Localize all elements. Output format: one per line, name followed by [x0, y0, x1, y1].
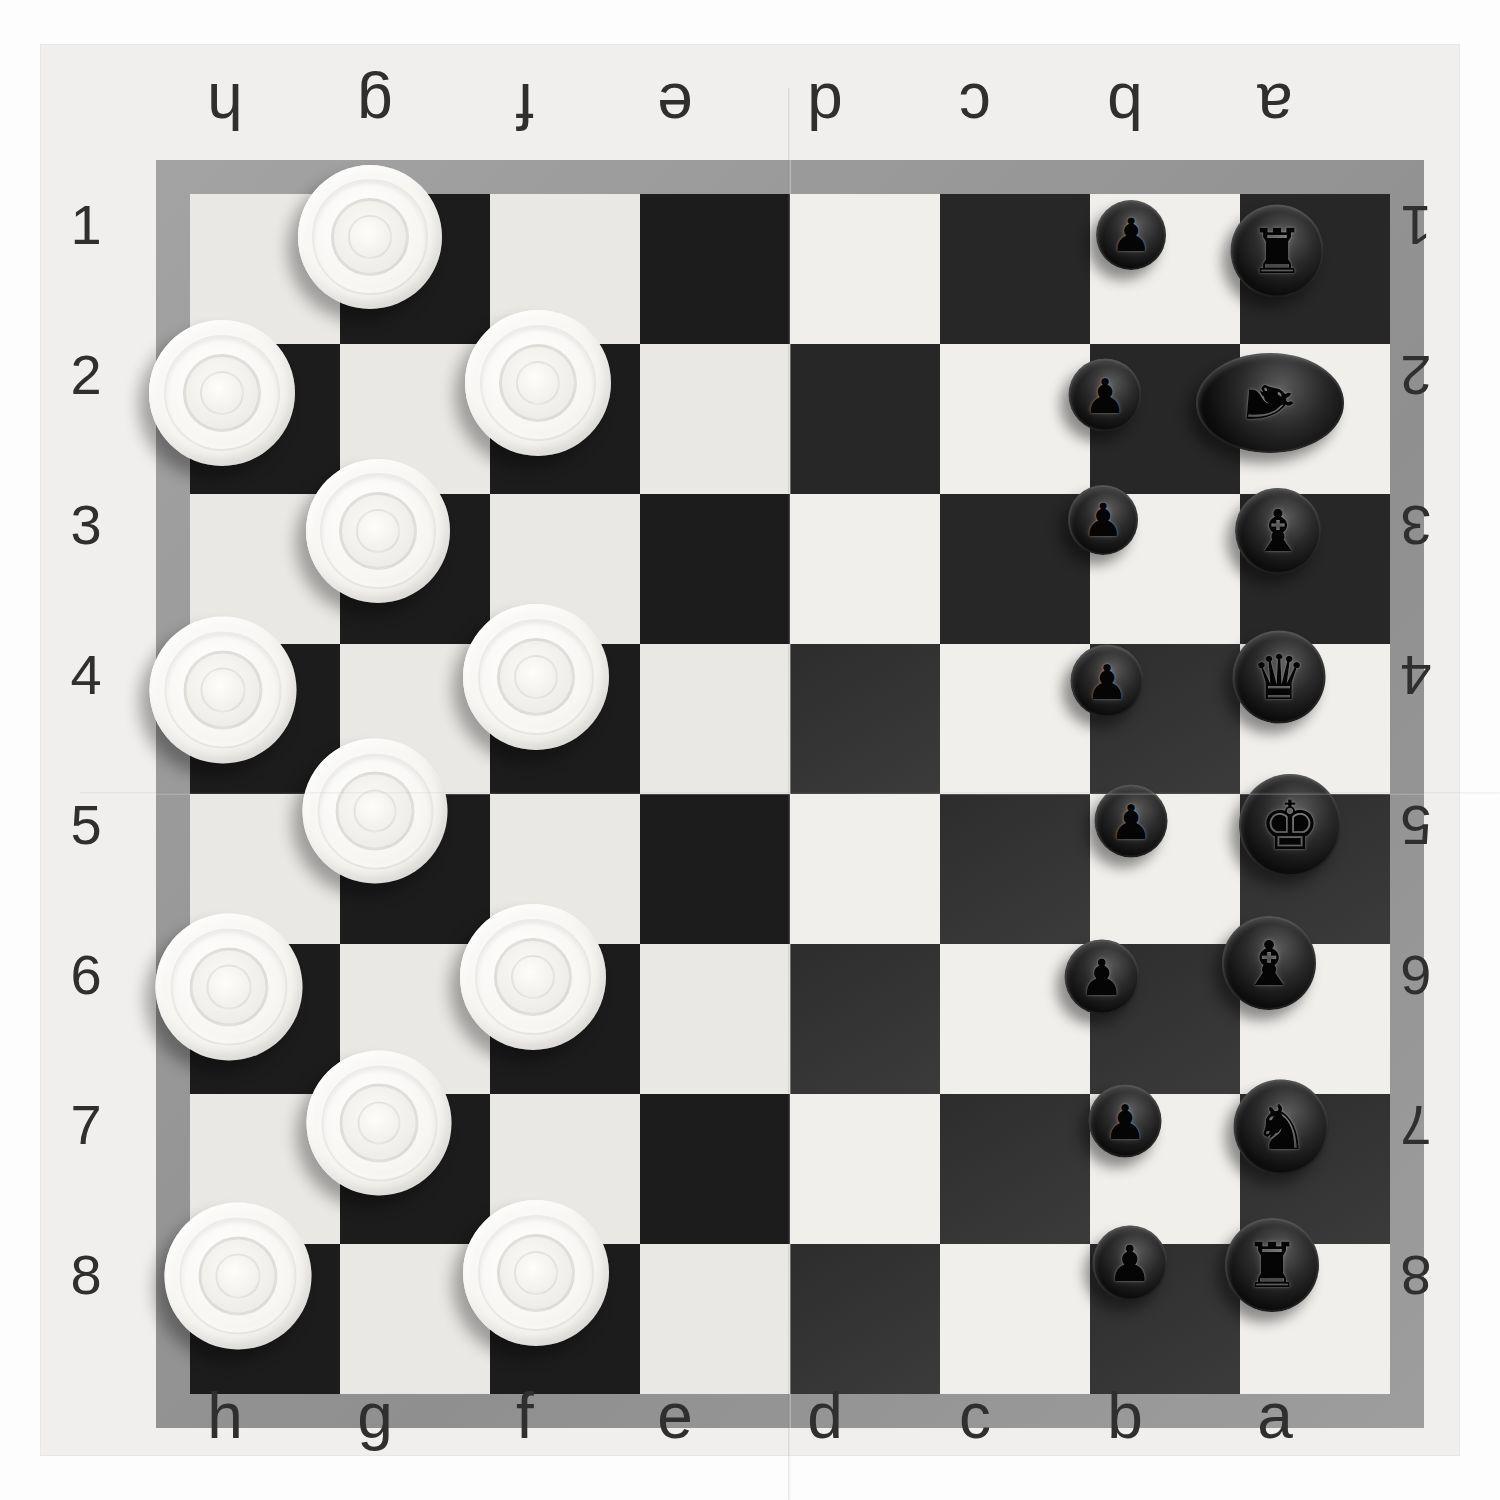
rook-glyph: ♜ [1225, 1218, 1319, 1312]
square-e5[interactable] [640, 794, 790, 944]
file-label-bottom-c: c [959, 1384, 991, 1448]
file-label-top-c: c [959, 74, 991, 138]
checker-ring [216, 1254, 260, 1298]
square-d5[interactable] [790, 794, 940, 944]
black-pawn-b4[interactable]: ♟ [1071, 645, 1144, 718]
checker-ring [511, 955, 555, 999]
rank-label-left-1: 1 [70, 197, 101, 253]
file-label-top-d: d [807, 74, 843, 138]
white-checker-f4[interactable] [463, 604, 609, 750]
square-d1[interactable] [790, 194, 940, 344]
black-pawn-b7[interactable]: ♟ [1089, 1085, 1162, 1158]
square-d3[interactable] [790, 494, 940, 644]
black-pawn-b5[interactable]: ♟ [1095, 785, 1168, 858]
square-e3[interactable] [640, 494, 790, 644]
pawn-glyph: ♟ [1065, 940, 1140, 1015]
rank-label-left-2: 2 [70, 347, 101, 403]
rank-label-right-8: 8 [1400, 1247, 1431, 1303]
checker-ring [201, 668, 245, 712]
square-d7[interactable] [790, 1094, 940, 1244]
square-e6[interactable] [640, 944, 790, 1094]
rank-label-right-6: 6 [1400, 947, 1431, 1003]
rank-label-left-7: 7 [70, 1097, 101, 1153]
white-checker-h4[interactable] [150, 617, 297, 764]
black-bishop-a6[interactable]: ♝ [1222, 916, 1316, 1010]
black-knight-a2[interactable]: ♞ [1196, 353, 1344, 453]
black-bishop-a3[interactable]: ♝ [1235, 488, 1321, 574]
square-d6[interactable] [790, 944, 940, 1094]
bishop-glyph: ♝ [1222, 916, 1316, 1010]
file-label-bottom-g: g [357, 1384, 393, 1448]
white-checker-h6[interactable] [156, 914, 303, 1061]
square-d2[interactable] [790, 344, 940, 494]
file-label-bottom-e: e [657, 1384, 693, 1448]
file-label-bottom-b: b [1107, 1384, 1143, 1448]
pawn-glyph: ♟ [1095, 785, 1168, 858]
rank-label-left-4: 4 [70, 647, 101, 703]
black-pawn-b6[interactable]: ♟ [1065, 940, 1140, 1015]
file-label-top-h: h [207, 74, 243, 138]
square-e8[interactable] [640, 1244, 790, 1394]
white-checker-g3[interactable] [306, 459, 450, 603]
square-c5[interactable] [940, 794, 1090, 944]
white-checker-f6[interactable] [460, 904, 606, 1050]
square-c1[interactable] [940, 194, 1090, 344]
black-king-a5[interactable]: ♚ [1239, 774, 1341, 876]
rank-label-right-1: 1 [1400, 197, 1431, 253]
file-label-top-g: g [357, 74, 393, 138]
square-e1[interactable] [640, 194, 790, 344]
square-c8[interactable] [940, 1244, 1090, 1394]
black-pawn-b2[interactable]: ♟ [1069, 359, 1142, 432]
file-label-top-f: f [516, 74, 534, 138]
file-label-bottom-f: f [516, 1384, 534, 1448]
bishop-glyph: ♝ [1235, 488, 1321, 574]
square-e7[interactable] [640, 1094, 790, 1244]
white-checker-g1[interactable] [298, 165, 442, 309]
pawn-glyph: ♟ [1096, 200, 1166, 270]
white-checker-f8[interactable] [463, 1200, 609, 1346]
rank-label-left-6: 6 [70, 947, 101, 1003]
black-rook-a8[interactable]: ♜ [1225, 1218, 1319, 1312]
square-d4[interactable] [790, 644, 940, 794]
checker-ring [516, 361, 560, 405]
rank-label-right-2: 2 [1400, 347, 1431, 403]
pawn-glyph: ♟ [1093, 1226, 1168, 1301]
checker-ring [200, 371, 244, 415]
file-label-bottom-d: d [807, 1384, 843, 1448]
checker-ring [348, 215, 391, 258]
queen-glyph: ♛ [1233, 631, 1326, 724]
file-label-top-e: e [657, 74, 693, 138]
square-c4[interactable] [940, 644, 1090, 794]
knight-glyph: ♞ [1234, 1080, 1329, 1175]
file-label-bottom-a: a [1257, 1384, 1293, 1448]
checker-ring [514, 1251, 558, 1295]
file-label-bottom-h: h [207, 1384, 243, 1448]
square-e4[interactable] [640, 644, 790, 794]
checker-ring [514, 655, 558, 699]
square-d8[interactable] [790, 1244, 940, 1394]
board-photo: hhggffeeddccbbaa1122334455667788 ♟♜♟♞♟♝♟… [0, 0, 1500, 1500]
white-checker-h2[interactable] [149, 320, 295, 466]
black-rook-a1[interactable]: ♜ [1231, 205, 1324, 298]
rank-label-left-3: 3 [70, 497, 101, 553]
white-checker-h8[interactable] [165, 1203, 312, 1350]
rank-label-left-5: 5 [70, 797, 101, 853]
king-glyph: ♚ [1239, 774, 1341, 876]
square-c7[interactable] [940, 1094, 1090, 1244]
white-checker-f2[interactable] [465, 310, 611, 456]
pawn-glyph: ♟ [1089, 1085, 1162, 1158]
rank-label-right-7: 7 [1400, 1097, 1431, 1153]
pawn-glyph: ♟ [1071, 645, 1144, 718]
checker-ring [207, 965, 251, 1009]
white-checker-g7[interactable] [307, 1051, 452, 1196]
rook-glyph: ♜ [1231, 205, 1324, 298]
square-e2[interactable] [640, 344, 790, 494]
rank-label-right-3: 3 [1400, 497, 1431, 553]
file-label-top-a: a [1257, 74, 1293, 138]
rank-label-right-4: 4 [1400, 647, 1431, 703]
black-pawn-b8[interactable]: ♟ [1093, 1226, 1168, 1301]
square-c2[interactable] [940, 344, 1090, 494]
black-pawn-b1[interactable]: ♟ [1096, 200, 1166, 270]
folding-game-mat: hhggffeeddccbbaa1122334455667788 ♟♜♟♞♟♝♟… [40, 44, 1460, 1456]
file-label-top-b: b [1107, 74, 1143, 138]
checker-ring [356, 509, 399, 552]
black-queen-a4[interactable]: ♛ [1233, 631, 1326, 724]
pawn-glyph: ♟ [1068, 485, 1138, 555]
white-checker-g5[interactable] [303, 739, 448, 884]
black-knight-a7[interactable]: ♞ [1234, 1080, 1329, 1175]
pawn-glyph: ♟ [1069, 359, 1142, 432]
knight-glyph: ♞ [1214, 325, 1327, 481]
rank-label-left-8: 8 [70, 1247, 101, 1303]
rank-label-right-5: 5 [1400, 797, 1431, 853]
black-pawn-b3[interactable]: ♟ [1068, 485, 1138, 555]
